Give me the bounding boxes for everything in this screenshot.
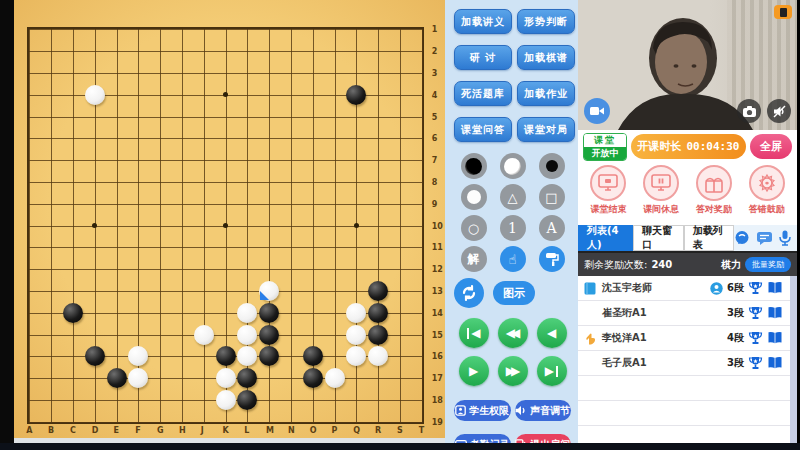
white-stone[interactable] [237, 303, 257, 323]
tab-icon-group [734, 225, 797, 251]
row-label: 13 [432, 287, 443, 296]
action-label: 答对奖励 [696, 203, 732, 216]
status-icon[interactable] [774, 5, 792, 19]
trophy-icon [748, 331, 763, 346]
move-navigation: ◀◀◀◀▶▶▶▶ [454, 318, 571, 386]
camera-icon [743, 106, 756, 117]
rank-label: 4段 [727, 331, 744, 345]
lesson-button-4[interactable]: 死活题库 [454, 81, 512, 106]
roster-row-3[interactable]: 毛子辰A13段 [578, 351, 797, 376]
lesson-button-1[interactable]: 形势判断 [517, 9, 575, 34]
column-label: C [70, 426, 76, 435]
row-label: 5 [432, 113, 438, 122]
row-label: 11 [432, 243, 443, 252]
number-marker-tool[interactable]: 1 [500, 215, 526, 241]
black-stone[interactable] [303, 368, 323, 388]
last-move-marker [260, 291, 269, 300]
chat-bubble-icon[interactable] [734, 230, 750, 246]
row-label: 9 [432, 200, 438, 209]
class-status-row: 课堂 开放中 开课时长 00:04:30 全屏 [578, 130, 797, 163]
roster-row-1[interactable]: 崔圣珩A13段 [578, 301, 797, 326]
duration-label: 开课时长 [638, 139, 682, 154]
tab-1[interactable]: 聊天窗口 [633, 225, 683, 251]
column-label: K [223, 426, 229, 435]
white-stone[interactable] [259, 281, 279, 301]
row-label: 12 [432, 265, 443, 274]
rank-label: 3段 [727, 306, 744, 320]
circle-marker-tool[interactable]: ○ [461, 215, 487, 241]
go-board[interactable]: ABCDEFGHJKLMNOPQRST123456789101112131415… [14, 0, 445, 450]
star-point [223, 223, 228, 228]
strength-label: 棋力 [721, 258, 741, 272]
rank-label: 3段 [727, 356, 744, 370]
badge-bottom-label: 开放中 [584, 147, 626, 160]
white-stone[interactable] [346, 303, 366, 323]
row-label: 8 [432, 178, 438, 187]
row-label: 3 [432, 69, 438, 78]
muted-speaker-icon [773, 105, 786, 118]
empty-row [578, 401, 797, 426]
trophy-button[interactable] [748, 331, 763, 346]
student-name: 崔圣珩A1 [602, 306, 723, 320]
action-0[interactable]: 课堂结束 [590, 165, 626, 225]
column-label: T [419, 426, 424, 435]
row-label: 14 [432, 309, 443, 318]
action-3[interactable]: 答错鼓励 [749, 165, 785, 225]
column-label: S [397, 426, 403, 435]
action-label: 答错鼓励 [749, 203, 785, 216]
fullscreen-button[interactable]: 全屏 [750, 134, 792, 159]
row-label: 10 [432, 222, 443, 231]
lesson-button-0[interactable]: 加载讲义 [454, 9, 512, 34]
white-stone[interactable] [216, 368, 236, 388]
black-stone-tool[interactable] [461, 153, 487, 179]
white-stone[interactable] [237, 325, 257, 345]
book-icon [767, 306, 783, 320]
column-label: R [375, 426, 381, 435]
square-marker-tool[interactable]: □ [539, 184, 565, 210]
trophy-button[interactable] [748, 306, 763, 321]
column-label: M [266, 426, 274, 435]
student-permission-button[interactable]: 学生权限 [454, 400, 511, 421]
roster-tabs: 列表(4人)聊天窗口加载列表 [578, 225, 797, 253]
gift-icon [696, 165, 732, 201]
rewards-bar: 剩余奖励次数: 240 棋力 批量奖励 [578, 253, 797, 276]
trophy-button[interactable] [748, 281, 763, 296]
column-label: J [201, 426, 204, 435]
black-stone[interactable] [63, 303, 83, 323]
lesson-button-2[interactable]: 研 讨 [454, 45, 512, 70]
student-name: 李悦洋A1 [602, 331, 723, 345]
black-stone[interactable] [368, 281, 388, 301]
nav-to-end-button[interactable]: ▶ [537, 356, 567, 386]
notebook-icon [584, 282, 598, 295]
triangle-marker-tool[interactable]: △ [500, 184, 526, 210]
trophy-icon [748, 281, 763, 296]
column-label: F [135, 426, 140, 435]
white-stone-tool[interactable] [500, 153, 526, 179]
row-label: 15 [432, 331, 443, 340]
teacher-silhouette [578, 0, 797, 130]
column-label: Q [353, 426, 360, 435]
notebook-icon [584, 282, 596, 295]
row-label: 19 [432, 418, 443, 427]
action-label: 课间休息 [643, 203, 679, 216]
paint-tool[interactable] [539, 246, 565, 272]
student-list: 沈玉宇老师6段崔圣珩A13段李悦洋A14段毛子辰A13段 [578, 276, 797, 450]
white-stone-icon [504, 158, 521, 175]
bottom-window-strip [0, 443, 800, 450]
book-button[interactable] [767, 281, 783, 295]
roster-row-0[interactable]: 沈玉宇老师6段 [578, 276, 797, 301]
column-label: A [26, 426, 32, 435]
column-label: N [288, 426, 295, 435]
letter-marker-tool[interactable]: A [539, 215, 565, 241]
black-stone[interactable] [259, 325, 279, 345]
small-white-stone-tool[interactable] [461, 184, 487, 210]
column-label: L [244, 426, 249, 435]
black-stone[interactable] [368, 303, 388, 323]
tab-2[interactable]: 加载列表 [684, 225, 734, 251]
nav-forward-button[interactable]: ▶ [459, 356, 489, 386]
column-label: G [157, 426, 164, 435]
camera-switch-button[interactable] [737, 99, 761, 123]
hand-icon [584, 332, 598, 345]
diagram-button[interactable]: 图示 [493, 281, 535, 305]
left-black-bar [0, 0, 14, 450]
monitor-icon [590, 165, 626, 201]
column-label: P [332, 426, 338, 435]
black-stone[interactable] [259, 303, 279, 323]
book-button[interactable] [767, 356, 783, 370]
medal-icon [749, 165, 785, 201]
row-label: 1 [432, 25, 438, 34]
nav-back-button[interactable]: ◀ [537, 318, 567, 348]
class-open-badge: 课堂 开放中 [583, 133, 627, 161]
nav-fast-forward-button[interactable]: ▶▶ [498, 356, 528, 386]
action-2[interactable]: 答对奖励 [696, 165, 732, 225]
go-classroom-app: ABCDEFGHJKLMNOPQRST123456789101112131415… [0, 0, 800, 450]
batch-reward-button[interactable]: 批量奖励 [745, 257, 791, 272]
white-stone[interactable] [325, 368, 345, 388]
row-label: 4 [432, 91, 438, 100]
avatar-icon [710, 282, 723, 295]
row-label: 18 [432, 396, 443, 405]
mute-button[interactable] [767, 99, 791, 123]
grid-line [29, 422, 421, 423]
book-icon [767, 356, 783, 370]
star-point [354, 223, 359, 228]
rank-label: 6段 [727, 281, 744, 295]
avatar [710, 282, 723, 295]
row-label: 2 [432, 47, 438, 56]
column-label: O [310, 426, 317, 435]
small-white-stone-icon [467, 190, 481, 204]
column-label: H [179, 426, 186, 435]
grid-line [291, 29, 292, 421]
student-name: 毛子辰A1 [602, 356, 723, 370]
pointer-tool[interactable]: ☝ [500, 246, 526, 272]
grid-line [29, 269, 421, 270]
black-stone[interactable] [107, 368, 127, 388]
white-stone[interactable] [216, 390, 236, 410]
action-label: 课堂结束 [590, 203, 626, 216]
hand-icon [584, 332, 597, 345]
microphone-icon[interactable] [779, 230, 791, 246]
row-label: 17 [432, 374, 443, 383]
duration-value: 00:04:30 [687, 140, 740, 153]
row-label: 16 [432, 352, 443, 361]
book-button[interactable] [767, 331, 783, 345]
lesson-button-5[interactable]: 加载作业 [517, 81, 575, 106]
row-label: 6 [432, 134, 438, 143]
small-black-stone-tool[interactable] [539, 153, 565, 179]
rewards-label: 剩余奖励次数: [584, 258, 647, 272]
black-stone[interactable] [368, 325, 388, 345]
grid-line [29, 291, 421, 292]
black-stone[interactable] [85, 346, 105, 366]
lesson-buttons: 加载讲义形势判断研 讨加载棋谱死活题库加载作业课堂问答课堂对局 [454, 9, 571, 142]
grid-line [335, 29, 336, 421]
nav-fast-back-button[interactable]: ◀◀ [498, 318, 528, 348]
column-label: E [114, 426, 119, 435]
small-black-stone-icon [546, 160, 558, 172]
roster-row-2[interactable]: 李悦洋A14段 [578, 326, 797, 351]
white-stone[interactable] [194, 325, 214, 345]
class-action-buttons: 课堂结束课间休息答对奖励答错鼓励 [578, 163, 797, 225]
rewards-count: 240 [651, 259, 672, 270]
grid-line [400, 29, 401, 421]
black-stone[interactable] [346, 85, 366, 105]
right-panel: 课堂 开放中 开课时长 00:04:30 全屏 课堂结束课间休息答对奖励答错鼓励… [578, 0, 800, 450]
teaching-panel: 加载讲义形势判断研 讨加载棋谱死活题库加载作业课堂问答课堂对局 △□○1A解☝ … [445, 0, 578, 450]
black-stone[interactable] [303, 346, 323, 366]
column-label: B [48, 426, 54, 435]
video-camera-icon [590, 106, 604, 116]
video-toggle-button[interactable] [584, 98, 610, 124]
book-icon [767, 331, 783, 345]
grid-line [422, 29, 423, 421]
action-1[interactable]: 课间休息 [643, 165, 679, 225]
black-stone[interactable] [216, 346, 236, 366]
lesson-button-3[interactable]: 加载棋谱 [517, 45, 575, 70]
swap-colors-button[interactable] [454, 278, 484, 308]
nav-to-start-button[interactable]: ◀ [459, 318, 489, 348]
tab-0[interactable]: 列表(4人) [578, 225, 633, 251]
empty-row [578, 376, 797, 401]
white-stone[interactable] [85, 85, 105, 105]
trophy-icon [748, 306, 763, 321]
black-stone-icon [465, 158, 482, 175]
class-duration-timer: 开课时长 00:04:30 [631, 134, 746, 159]
scrollbar[interactable] [790, 276, 797, 450]
monitor-pause-icon [643, 165, 679, 201]
refresh-icon [460, 284, 478, 302]
answer-tool[interactable]: 解 [461, 246, 487, 272]
book-icon [767, 281, 783, 295]
annotation-tools: △□○1A解☝ [454, 153, 571, 272]
badge-top-label: 课堂 [584, 134, 626, 147]
trophy-button[interactable] [748, 356, 763, 371]
row-label: 7 [432, 156, 438, 165]
grid-line [29, 247, 421, 248]
teacher-webcam [578, 0, 797, 130]
student-name: 沈玉宇老师 [602, 281, 706, 295]
white-stone[interactable] [346, 325, 366, 345]
lesson-button-6[interactable]: 课堂问答 [454, 117, 512, 142]
lesson-button-7[interactable]: 课堂对局 [517, 117, 575, 142]
paint-roller-icon [545, 252, 559, 266]
messages-icon[interactable] [756, 231, 773, 246]
book-button[interactable] [767, 306, 783, 320]
column-label: D [92, 426, 99, 435]
sound-adjust-button[interactable]: 声音调节 [515, 400, 572, 421]
trophy-icon [748, 356, 763, 371]
